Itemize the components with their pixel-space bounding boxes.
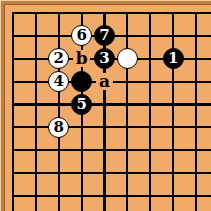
black-stone-move-1: 1 (163, 48, 184, 69)
point-label-a: a (96, 73, 113, 90)
diagram-frame: 12345678ab (0, 0, 211, 211)
white-stone-move-8: 8 (48, 117, 69, 138)
black-stone-move-5: 5 (71, 94, 92, 115)
go-board: 12345678ab (1, 1, 211, 211)
point-label-b: b (73, 50, 90, 67)
white-stone (117, 48, 138, 69)
